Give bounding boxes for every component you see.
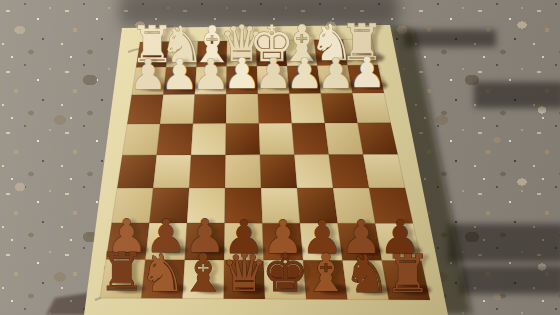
piece-brown-rook-r7c7: ♜	[384, 244, 431, 304]
square-r4c5-light	[294, 155, 333, 189]
square-r3c7-dark	[358, 123, 398, 155]
square-r3c3-dark	[226, 124, 260, 155]
piece-brown-knight-r7c1: ♞	[139, 243, 186, 303]
square-r3c2-light	[191, 124, 226, 155]
square-r4c1-light	[153, 155, 191, 188]
square-r3c5-dark	[292, 123, 329, 155]
square-r4c7-light	[363, 154, 405, 188]
square-r3c6-light	[325, 123, 363, 155]
square-r4c3-light	[225, 155, 261, 188]
chessboard-photo: ♜♜♞♞♝♝♛♛♚♚♝♝♞♞♜♜♟♟♟♟♟♟♟♟♟♟♟♟♟♟♟♟♟♟♟♟♟♟♟♟…	[0, 0, 560, 315]
square-r3c4-light	[259, 123, 295, 155]
square-r4c2-dark	[189, 155, 225, 188]
chess-board: ♜♜♞♞♝♝♛♛♚♚♝♝♞♞♜♜♟♟♟♟♟♟♟♟♟♟♟♟♟♟♟♟♟♟♟♟♟♟♟♟…	[0, 0, 560, 315]
piece-cream-pawn-r1c7: ♟	[348, 48, 386, 97]
square-r4c0-dark	[117, 155, 157, 188]
piece-brown-bishop-r7c2: ♝	[180, 243, 227, 303]
square-r3c1-dark	[157, 124, 193, 155]
piece-brown-king-r7c4: ♚	[262, 243, 309, 303]
piece-brown-rook-r7c0: ♜	[98, 242, 145, 302]
square-r4c6-dark	[329, 155, 369, 189]
square-r4c4-dark	[260, 155, 297, 188]
piece-brown-bishop-r7c5: ♝	[303, 243, 350, 303]
piece-brown-knight-r7c6: ♞	[344, 244, 391, 304]
square-r3c0-light	[122, 124, 160, 155]
piece-brown-queen-r7c3: ♛	[221, 243, 268, 303]
